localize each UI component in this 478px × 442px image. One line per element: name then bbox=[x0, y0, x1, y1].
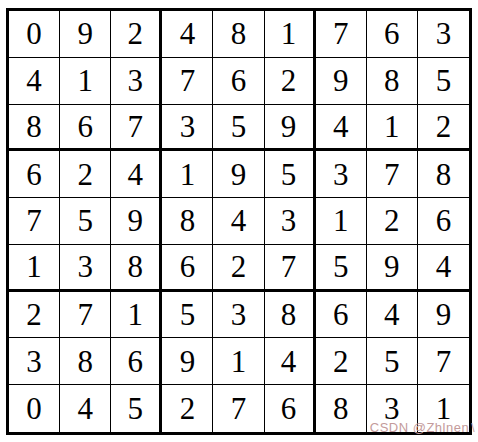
sudoku-cell-r6c3: 8 bbox=[111, 245, 162, 292]
sudoku-cell-r2c8: 8 bbox=[367, 58, 418, 105]
sudoku-cell-r2c4: 7 bbox=[162, 58, 213, 105]
sudoku-cell-r7c1: 2 bbox=[9, 292, 60, 339]
sudoku-cell-r3c8: 1 bbox=[367, 105, 418, 152]
sudoku-cell-r1c5: 8 bbox=[213, 11, 264, 58]
sudoku-cell-r3c3: 7 bbox=[111, 105, 162, 152]
sudoku-cell-r6c5: 2 bbox=[213, 245, 264, 292]
sudoku-cell-r5c5: 4 bbox=[213, 198, 264, 245]
sudoku-cell-r5c4: 8 bbox=[162, 198, 213, 245]
sudoku-cell-r1c4: 4 bbox=[162, 11, 213, 58]
sudoku-cell-r4c3: 4 bbox=[111, 151, 162, 198]
sudoku-cell-r3c6: 9 bbox=[265, 105, 316, 152]
sudoku-cell-r3c5: 5 bbox=[213, 105, 264, 152]
sudoku-cell-r1c1: 0 bbox=[9, 11, 60, 58]
sudoku-cell-r7c9: 9 bbox=[418, 292, 469, 339]
sudoku-cell-r1c6: 1 bbox=[265, 11, 316, 58]
sudoku-cell-r7c6: 8 bbox=[265, 292, 316, 339]
sudoku-cell-r9c4: 2 bbox=[162, 385, 213, 432]
sudoku-cell-r5c7: 1 bbox=[316, 198, 367, 245]
sudoku-cell-r2c3: 3 bbox=[111, 58, 162, 105]
sudoku-cell-r6c6: 7 bbox=[265, 245, 316, 292]
sudoku-cell-r1c2: 9 bbox=[60, 11, 111, 58]
sudoku-cell-r2c2: 1 bbox=[60, 58, 111, 105]
sudoku-cell-r7c3: 1 bbox=[111, 292, 162, 339]
sudoku-cell-r2c1: 4 bbox=[9, 58, 60, 105]
sudoku-cell-r4c2: 2 bbox=[60, 151, 111, 198]
sudoku-cell-r7c5: 3 bbox=[213, 292, 264, 339]
sudoku-cell-r9c6: 6 bbox=[265, 385, 316, 432]
sudoku-cell-r3c7: 4 bbox=[316, 105, 367, 152]
sudoku-cell-r9c8: 3 bbox=[367, 385, 418, 432]
sudoku-cell-r7c4: 5 bbox=[162, 292, 213, 339]
sudoku-cell-r5c1: 7 bbox=[9, 198, 60, 245]
sudoku-cell-r3c1: 8 bbox=[9, 105, 60, 152]
sudoku-cell-r3c4: 3 bbox=[162, 105, 213, 152]
sudoku-cell-r6c8: 9 bbox=[367, 245, 418, 292]
sudoku-board: 0924817634137629858673594126241953787598… bbox=[6, 8, 472, 435]
sudoku-cell-r9c1: 0 bbox=[9, 385, 60, 432]
sudoku-cell-r5c9: 6 bbox=[418, 198, 469, 245]
sudoku-cell-r4c9: 8 bbox=[418, 151, 469, 198]
sudoku-cell-r8c2: 8 bbox=[60, 338, 111, 385]
sudoku-cell-r9c9: 1 bbox=[418, 385, 469, 432]
sudoku-cell-r5c6: 3 bbox=[265, 198, 316, 245]
sudoku-cell-r9c5: 7 bbox=[213, 385, 264, 432]
sudoku-cell-r1c9: 3 bbox=[418, 11, 469, 58]
sudoku-cell-r6c9: 4 bbox=[418, 245, 469, 292]
sudoku-cell-r7c2: 7 bbox=[60, 292, 111, 339]
sudoku-cell-r8c8: 5 bbox=[367, 338, 418, 385]
sudoku-cell-r1c7: 7 bbox=[316, 11, 367, 58]
sudoku-cell-r4c8: 7 bbox=[367, 151, 418, 198]
sudoku-cell-r8c9: 7 bbox=[418, 338, 469, 385]
sudoku-cell-r4c6: 5 bbox=[265, 151, 316, 198]
sudoku-cell-r1c8: 6 bbox=[367, 11, 418, 58]
sudoku-cell-r4c1: 6 bbox=[9, 151, 60, 198]
sudoku-cell-r7c8: 4 bbox=[367, 292, 418, 339]
sudoku-cell-r4c4: 1 bbox=[162, 151, 213, 198]
sudoku-cell-r8c4: 9 bbox=[162, 338, 213, 385]
sudoku-cell-r2c9: 5 bbox=[418, 58, 469, 105]
sudoku-cell-r2c7: 9 bbox=[316, 58, 367, 105]
sudoku-cell-r8c3: 6 bbox=[111, 338, 162, 385]
sudoku-cell-r3c9: 2 bbox=[418, 105, 469, 152]
sudoku-cell-r6c2: 3 bbox=[60, 245, 111, 292]
sudoku-cell-r6c7: 5 bbox=[316, 245, 367, 292]
sudoku-cell-r8c7: 2 bbox=[316, 338, 367, 385]
sudoku-cell-r5c3: 9 bbox=[111, 198, 162, 245]
sudoku-cell-r2c6: 2 bbox=[265, 58, 316, 105]
sudoku-cell-r1c3: 2 bbox=[111, 11, 162, 58]
sudoku-cell-r9c3: 5 bbox=[111, 385, 162, 432]
sudoku-cell-r8c1: 3 bbox=[9, 338, 60, 385]
sudoku-cell-r2c5: 6 bbox=[213, 58, 264, 105]
sudoku-cell-r9c2: 4 bbox=[60, 385, 111, 432]
sudoku-cell-r6c1: 1 bbox=[9, 245, 60, 292]
sudoku-cell-r7c7: 6 bbox=[316, 292, 367, 339]
sudoku-cell-r5c8: 2 bbox=[367, 198, 418, 245]
sudoku-cell-r8c5: 1 bbox=[213, 338, 264, 385]
sudoku-cell-r5c2: 5 bbox=[60, 198, 111, 245]
sudoku-cell-r9c7: 8 bbox=[316, 385, 367, 432]
sudoku-cell-r4c5: 9 bbox=[213, 151, 264, 198]
sudoku-cell-r3c2: 6 bbox=[60, 105, 111, 152]
sudoku-cell-r4c7: 3 bbox=[316, 151, 367, 198]
sudoku-cell-r8c6: 4 bbox=[265, 338, 316, 385]
sudoku-cell-r6c4: 6 bbox=[162, 245, 213, 292]
